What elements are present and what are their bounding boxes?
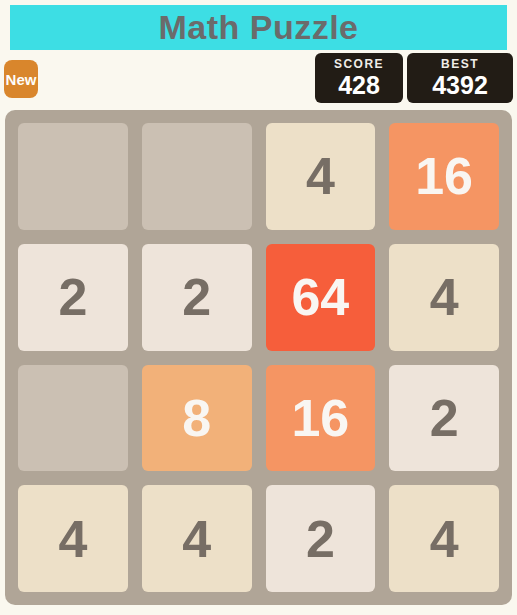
new-game-button[interactable]: New [4,60,38,98]
tile-16: 16 [266,365,376,472]
score-box: SCORE 428 [315,53,403,103]
best-box: BEST 4392 [407,53,513,103]
score-label: SCORE [334,57,384,71]
tile-4: 4 [266,123,376,230]
tile-16: 16 [389,123,499,230]
tile-64: 64 [266,244,376,351]
score-value: 428 [338,72,380,99]
tile-4: 4 [389,244,499,351]
title-bar: Math Puzzle [10,5,507,50]
tile-2: 2 [142,244,252,351]
empty-cell [18,365,128,472]
best-value: 4392 [432,72,488,99]
empty-cell [142,123,252,230]
tile-4: 4 [18,485,128,592]
tile-4: 4 [142,485,252,592]
best-label: BEST [441,57,479,71]
tile-2: 2 [18,244,128,351]
page: { "game": "2048", "position": "0,0,4,16/… [0,0,517,615]
page-title: Math Puzzle [158,8,358,47]
tile-4: 4 [389,485,499,592]
tile-8: 8 [142,365,252,472]
tile-2: 2 [266,485,376,592]
empty-cell [18,123,128,230]
tile-2: 2 [389,365,499,472]
new-game-button-label: New [6,71,37,88]
board[interactable]: 4162264481624424 [5,110,512,605]
